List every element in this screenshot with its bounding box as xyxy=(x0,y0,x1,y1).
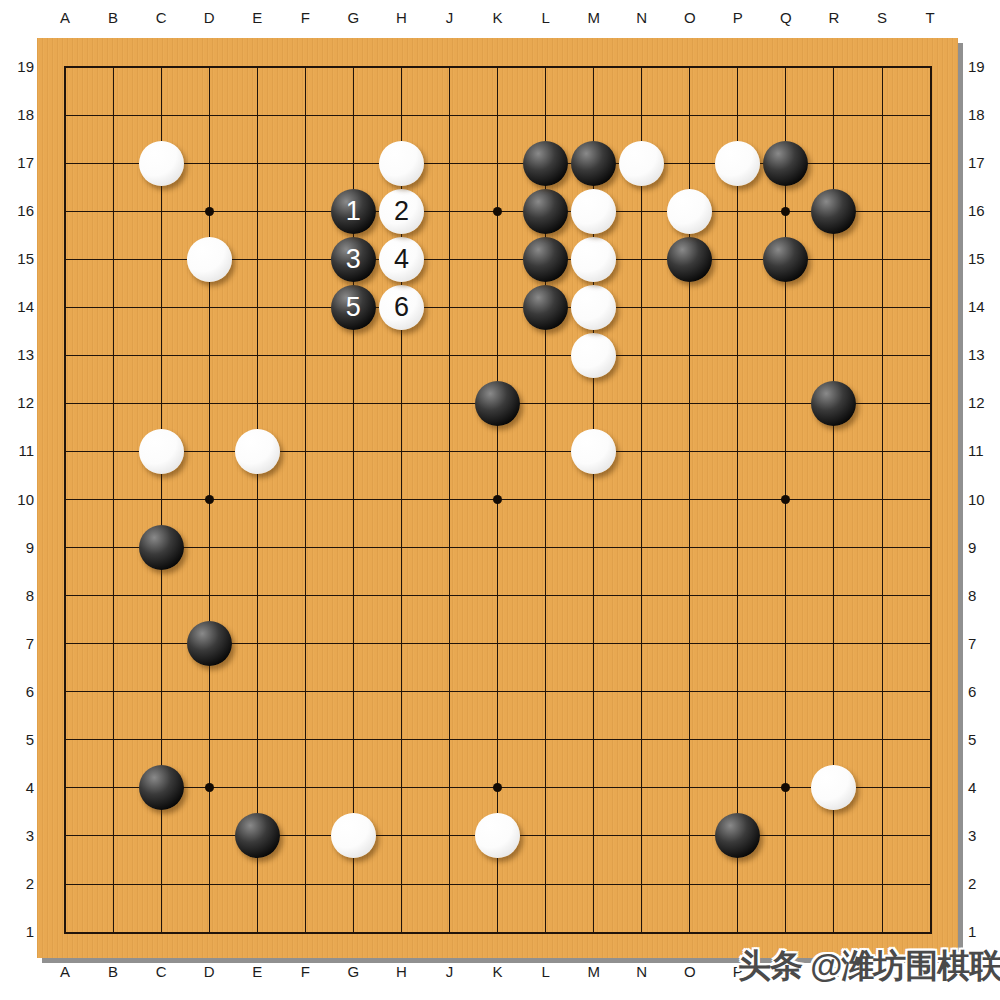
star-point-d10 xyxy=(205,495,214,504)
black-stone-k12 xyxy=(475,381,520,426)
coord-label-top-d: D xyxy=(192,8,226,28)
coord-label-top-p: P xyxy=(721,8,755,28)
coord-label-bottom-k: K xyxy=(481,962,515,982)
coord-label-bottom-o: O xyxy=(673,962,707,982)
coord-label-right-15: 15 xyxy=(968,249,1000,269)
grid-line-horizontal xyxy=(65,691,930,692)
coord-label-right-12: 12 xyxy=(968,393,1000,413)
coord-label-left-2: 2 xyxy=(0,874,34,894)
coord-label-top-k: K xyxy=(481,8,515,28)
coord-label-right-4: 4 xyxy=(968,778,1000,798)
coord-label-left-3: 3 xyxy=(0,826,34,846)
grid-line-vertical xyxy=(641,67,642,932)
white-stone-d15 xyxy=(187,237,232,282)
coord-label-left-5: 5 xyxy=(0,730,34,750)
coord-label-left-13: 13 xyxy=(0,345,34,365)
coord-label-bottom-c: C xyxy=(144,962,178,982)
coord-label-bottom-n: N xyxy=(625,962,659,982)
black-stone-q15 xyxy=(763,237,808,282)
coord-label-right-11: 11 xyxy=(968,441,1000,461)
black-stone-d7 xyxy=(187,621,232,666)
coord-label-left-19: 19 xyxy=(0,57,34,77)
coord-label-bottom-b: B xyxy=(96,962,130,982)
white-stone-m11 xyxy=(571,429,616,474)
move-number-label: 5 xyxy=(346,294,361,321)
coord-label-top-q: Q xyxy=(769,8,803,28)
coord-label-top-m: M xyxy=(577,8,611,28)
black-stone-e3 xyxy=(235,813,280,858)
star-point-k10 xyxy=(493,495,502,504)
coord-label-bottom-f: F xyxy=(288,962,322,982)
black-stone-r16 xyxy=(811,189,856,234)
coord-label-left-12: 12 xyxy=(0,393,34,413)
coord-label-bottom-e: E xyxy=(240,962,274,982)
coord-label-left-1: 1 xyxy=(0,922,34,942)
white-stone-c11 xyxy=(139,429,184,474)
go-board: 531642 xyxy=(37,38,958,958)
coord-label-right-18: 18 xyxy=(968,105,1000,125)
move-number-label: 4 xyxy=(394,246,409,273)
move-number-label: 2 xyxy=(394,198,409,225)
grid-line-horizontal xyxy=(65,739,930,740)
white-stone-c17 xyxy=(139,141,184,186)
coord-label-right-7: 7 xyxy=(968,634,1000,654)
coord-label-right-16: 16 xyxy=(968,201,1000,221)
coord-label-bottom-a: A xyxy=(48,962,82,982)
black-stone-m17 xyxy=(571,141,616,186)
black-stone-l15 xyxy=(523,237,568,282)
coord-label-left-6: 6 xyxy=(0,682,34,702)
coord-label-top-o: O xyxy=(673,8,707,28)
coord-label-left-7: 7 xyxy=(0,634,34,654)
coord-label-bottom-h: H xyxy=(384,962,418,982)
coord-label-left-15: 15 xyxy=(0,249,34,269)
coord-label-right-8: 8 xyxy=(968,586,1000,606)
coord-label-right-17: 17 xyxy=(968,153,1000,173)
black-stone-l14 xyxy=(523,285,568,330)
coord-label-top-e: E xyxy=(240,8,274,28)
white-stone-m13 xyxy=(571,333,616,378)
grid-line-vertical xyxy=(882,67,883,932)
coord-label-bottom-g: G xyxy=(336,962,370,982)
move-number-label: 3 xyxy=(346,246,361,273)
coord-label-left-17: 17 xyxy=(0,153,34,173)
coord-label-top-n: N xyxy=(625,8,659,28)
watermark-text: 头条 @潍坊围棋联盟 xyxy=(738,944,1000,989)
grid-line-horizontal xyxy=(65,595,930,596)
coord-label-bottom-l: L xyxy=(529,962,563,982)
coord-label-right-13: 13 xyxy=(968,345,1000,365)
grid-line-vertical xyxy=(737,67,738,932)
black-stone-g16: 1 xyxy=(331,189,376,234)
coord-label-top-f: F xyxy=(288,8,322,28)
coord-label-top-h: H xyxy=(384,8,418,28)
coord-label-bottom-m: M xyxy=(577,962,611,982)
move-number-label: 6 xyxy=(394,294,409,321)
coord-label-right-3: 3 xyxy=(968,826,1000,846)
white-stone-h15: 4 xyxy=(379,237,424,282)
coord-label-right-14: 14 xyxy=(968,297,1000,317)
black-stone-c9 xyxy=(139,525,184,570)
coord-label-top-g: G xyxy=(336,8,370,28)
white-stone-m16 xyxy=(571,189,616,234)
grid-line-horizontal xyxy=(65,884,930,885)
white-stone-o16 xyxy=(667,189,712,234)
black-stone-c4 xyxy=(139,765,184,810)
coord-label-right-6: 6 xyxy=(968,682,1000,702)
coord-label-right-5: 5 xyxy=(968,730,1000,750)
white-stone-h17 xyxy=(379,141,424,186)
white-stone-m15 xyxy=(571,237,616,282)
coord-label-top-b: B xyxy=(96,8,130,28)
coord-label-left-14: 14 xyxy=(0,297,34,317)
coord-label-bottom-d: D xyxy=(192,962,226,982)
coord-label-right-1: 1 xyxy=(968,922,1000,942)
black-stone-l17 xyxy=(523,141,568,186)
coord-label-left-16: 16 xyxy=(0,201,34,221)
white-stone-p17 xyxy=(715,141,760,186)
coord-label-top-c: C xyxy=(144,8,178,28)
coord-label-right-2: 2 xyxy=(968,874,1000,894)
coord-label-top-j: J xyxy=(432,8,466,28)
black-stone-l16 xyxy=(523,189,568,234)
white-stone-h14: 6 xyxy=(379,285,424,330)
white-stone-n17 xyxy=(619,141,664,186)
star-point-k16 xyxy=(493,207,502,216)
coord-label-right-19: 19 xyxy=(968,57,1000,77)
star-point-d16 xyxy=(205,207,214,216)
grid-line-horizontal xyxy=(65,547,930,548)
coord-label-right-10: 10 xyxy=(968,490,1000,510)
coord-label-bottom-j: J xyxy=(432,962,466,982)
coord-label-right-9: 9 xyxy=(968,538,1000,558)
black-stone-g15: 3 xyxy=(331,237,376,282)
coord-label-top-s: S xyxy=(865,8,899,28)
coord-label-left-10: 10 xyxy=(0,490,34,510)
coord-label-top-l: L xyxy=(529,8,563,28)
coord-label-left-11: 11 xyxy=(0,441,34,461)
white-stone-m14 xyxy=(571,285,616,330)
move-number-label: 1 xyxy=(346,198,361,225)
black-stone-o15 xyxy=(667,237,712,282)
white-stone-g3 xyxy=(331,813,376,858)
coord-label-left-18: 18 xyxy=(0,105,34,125)
coord-label-top-a: A xyxy=(48,8,82,28)
black-stone-q17 xyxy=(763,141,808,186)
coord-label-top-t: T xyxy=(913,8,947,28)
coord-label-top-r: R xyxy=(817,8,851,28)
coord-label-left-9: 9 xyxy=(0,538,34,558)
black-stone-g14: 5 xyxy=(331,285,376,330)
white-stone-e11 xyxy=(235,429,280,474)
coord-label-left-8: 8 xyxy=(0,586,34,606)
white-stone-h16: 2 xyxy=(379,189,424,234)
coord-label-left-4: 4 xyxy=(0,778,34,798)
